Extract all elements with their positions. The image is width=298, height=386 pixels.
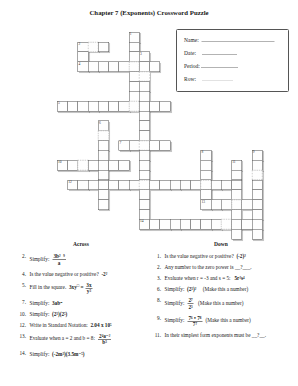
grid-cell[interactable] bbox=[139, 71, 150, 81]
grid-cell[interactable] bbox=[98, 180, 109, 190]
grid-cell[interactable] bbox=[108, 180, 119, 190]
across-clues: Across 2.Simplify: 3b² ⁹a4.Is the value … bbox=[14, 241, 148, 362]
grid-cell[interactable] bbox=[252, 229, 263, 239]
grid-cell[interactable]: 3 bbox=[139, 52, 150, 62]
clue-number: 5. bbox=[14, 282, 26, 288]
grid-cell[interactable] bbox=[88, 180, 99, 190]
clue-number: 2. bbox=[149, 265, 161, 271]
down-header: Down bbox=[149, 241, 293, 247]
grid-cell[interactable] bbox=[231, 219, 242, 229]
clue-number: 2. bbox=[14, 254, 26, 260]
name-field: Row: bbox=[184, 76, 288, 83]
grid-cell[interactable] bbox=[201, 219, 212, 229]
grid-cell[interactable] bbox=[119, 180, 130, 190]
clue-item: 12.Write in Standard Notation: 2.04 x 10… bbox=[14, 322, 148, 328]
clue-item: 7.Simplify: 3ab⁰ bbox=[14, 300, 148, 306]
clue-number: 10. bbox=[14, 311, 26, 317]
clue-text: In their simplest form exponents must be… bbox=[165, 333, 266, 339]
grid-cell[interactable] bbox=[67, 101, 78, 111]
clue-text: Evaluate when a = 2 and b = 8: 2⁴a⁻²b³ bbox=[30, 333, 112, 345]
grid-cell[interactable] bbox=[160, 140, 171, 150]
grid-cell[interactable] bbox=[139, 101, 150, 111]
grid-cell[interactable] bbox=[201, 190, 212, 200]
grid-cell[interactable] bbox=[98, 190, 109, 200]
grid-cell[interactable] bbox=[129, 52, 140, 62]
grid-cell[interactable] bbox=[78, 52, 89, 62]
cell-number: 14 bbox=[140, 219, 144, 223]
cell-number: 1 bbox=[130, 32, 132, 36]
grid-cell[interactable]: 5 bbox=[57, 101, 68, 111]
grid-cell[interactable] bbox=[221, 199, 232, 209]
name-field: Date: bbox=[184, 50, 288, 57]
grid-cell[interactable] bbox=[98, 150, 109, 160]
grid-cell[interactable]: 8 bbox=[201, 150, 212, 160]
clue-number: 8. bbox=[149, 298, 161, 304]
grid-cell[interactable] bbox=[78, 101, 89, 111]
grid-cell[interactable] bbox=[149, 219, 160, 229]
clue-item: 1.Is the value negative or positive? (-2… bbox=[149, 254, 293, 260]
worksheet-page: Chapter 7 (Exponents) Crossword Puzzle N… bbox=[0, 0, 298, 386]
grid-cell[interactable] bbox=[242, 199, 253, 209]
grid-cell[interactable] bbox=[129, 81, 140, 91]
clue-item: 9.Simplify: 7⁶ • 7⁸7⁷ (Make this a numbe… bbox=[149, 315, 293, 327]
grid-cell[interactable] bbox=[201, 180, 212, 190]
clue-text: Is the value negative or positive? (-2)² bbox=[165, 254, 246, 260]
grid-cell[interactable] bbox=[139, 209, 150, 219]
grid-cell[interactable] bbox=[98, 199, 109, 209]
grid-cell[interactable] bbox=[98, 101, 109, 111]
grid-cell[interactable] bbox=[78, 180, 89, 190]
grid-cell[interactable] bbox=[88, 160, 99, 170]
grid-cell[interactable] bbox=[108, 101, 119, 111]
grid-cell[interactable] bbox=[98, 62, 109, 72]
grid-cell[interactable] bbox=[201, 170, 212, 180]
clue-text: Simplify: (2³)² (Make this a number) bbox=[165, 287, 249, 293]
grid-cell[interactable] bbox=[129, 101, 140, 111]
cell-number: 11 bbox=[232, 160, 235, 164]
clue-number: 13. bbox=[14, 333, 26, 339]
write-line[interactable] bbox=[201, 76, 233, 82]
grid-cell[interactable] bbox=[221, 219, 232, 229]
across-header: Across bbox=[14, 241, 148, 247]
grid-cell[interactable] bbox=[129, 42, 140, 52]
grid-cell[interactable] bbox=[139, 81, 150, 91]
grid-cell[interactable] bbox=[231, 229, 242, 239]
grid-cell[interactable] bbox=[139, 180, 150, 190]
grid-cell[interactable] bbox=[252, 190, 263, 200]
grid-cell[interactable] bbox=[139, 91, 150, 101]
clue-item: 2.Simplify: 3b² ⁹a bbox=[14, 254, 148, 266]
grid-cell[interactable] bbox=[170, 219, 181, 229]
grid-cell[interactable] bbox=[160, 180, 171, 190]
clue-number: 9. bbox=[149, 315, 161, 321]
grid-cell[interactable] bbox=[211, 180, 222, 190]
grid-cell[interactable] bbox=[98, 131, 109, 141]
grid-cell[interactable] bbox=[88, 101, 99, 111]
grid-cell[interactable] bbox=[98, 42, 109, 52]
grid-cell[interactable] bbox=[252, 180, 263, 190]
cell-number: 8 bbox=[202, 150, 204, 154]
grid-cell[interactable]: 6 bbox=[98, 121, 109, 131]
clue-text: Simplify: 2⁷2³ (Make this a number) bbox=[165, 298, 244, 310]
grid-cell[interactable] bbox=[67, 160, 78, 170]
grid-cell[interactable] bbox=[211, 219, 222, 229]
grid-cell[interactable] bbox=[139, 111, 150, 121]
cell-number: 9 bbox=[253, 150, 255, 154]
cell-number: 13 bbox=[202, 199, 206, 203]
cell-number: 2 bbox=[79, 42, 81, 46]
grid-cell[interactable]: 14 bbox=[139, 219, 150, 229]
clue-number: 1. bbox=[149, 254, 161, 260]
clue-item: 10.Simplify: (2³)(2⁵) bbox=[14, 311, 148, 317]
grid-cell[interactable] bbox=[201, 160, 212, 170]
grid-cell[interactable] bbox=[252, 209, 263, 219]
cell-number: 6 bbox=[99, 121, 101, 125]
grid-cell[interactable] bbox=[129, 91, 140, 101]
grid-cell[interactable] bbox=[98, 140, 109, 150]
grid-cell[interactable] bbox=[119, 101, 130, 111]
field-label: Date: bbox=[184, 50, 196, 56]
grid-cell[interactable] bbox=[88, 42, 99, 52]
grid-cell[interactable] bbox=[119, 160, 130, 170]
grid-cell[interactable] bbox=[129, 62, 140, 72]
clue-text: Write in Standard Notation: 2.04 x 10⁵ bbox=[30, 322, 112, 328]
grid-cell[interactable] bbox=[108, 62, 119, 72]
clue-number: 11. bbox=[149, 333, 161, 339]
grid-cell[interactable]: 4 bbox=[78, 62, 89, 72]
clue-text: Any number to the zero power is __?___. bbox=[165, 265, 252, 271]
cell-number: 12 bbox=[68, 180, 72, 184]
grid-cell[interactable] bbox=[221, 180, 232, 190]
write-line[interactable] bbox=[202, 50, 237, 56]
grid-cell[interactable] bbox=[231, 199, 242, 209]
grid-cell[interactable] bbox=[231, 180, 242, 190]
clue-number: 6. bbox=[149, 287, 161, 293]
grid-cell[interactable] bbox=[149, 62, 160, 72]
clue-text: Simplify: (-2m³)(3.5m⁻⁵) bbox=[30, 351, 85, 357]
grid-cell[interactable] bbox=[160, 101, 171, 111]
grid-cell[interactable] bbox=[160, 219, 171, 229]
grid-cell[interactable] bbox=[190, 219, 201, 229]
grid-cell[interactable] bbox=[149, 180, 160, 190]
grid-cell[interactable] bbox=[211, 199, 222, 209]
name-field: Period: bbox=[184, 63, 288, 70]
clue-item: 2.Any number to the zero power is __?___… bbox=[149, 265, 293, 271]
clue-number: 4. bbox=[14, 271, 26, 277]
grid-cell[interactable] bbox=[231, 190, 242, 200]
grid-cell[interactable] bbox=[242, 219, 253, 229]
grid-cell[interactable] bbox=[88, 62, 99, 72]
cell-number: 7 bbox=[120, 140, 122, 144]
clue-item: 14.Simplify: (-2m³)(3.5m⁻⁵) bbox=[14, 351, 148, 357]
clue-item: 11.In their simplest form exponents must… bbox=[149, 333, 293, 339]
clue-item: 13.Evaluate when a = 2 and b = 8: 2⁴a⁻²b… bbox=[14, 333, 148, 345]
clue-item: 5.Fill in the square. 3xy□ = 3xy³ bbox=[14, 282, 148, 294]
grid-cell[interactable] bbox=[108, 160, 119, 170]
grid-cell[interactable]: 1 bbox=[129, 32, 140, 42]
field-label: Period: bbox=[184, 63, 200, 69]
grid-cell[interactable] bbox=[252, 160, 263, 170]
grid-cell[interactable]: 9 bbox=[252, 150, 263, 160]
grid-cell[interactable]: 12 bbox=[67, 180, 78, 190]
clue-text: Simplify: (2³)(2⁵) bbox=[30, 311, 68, 317]
clue-item: 4.Is the value negative or positive? -2² bbox=[14, 271, 148, 277]
grid-cell[interactable] bbox=[139, 190, 150, 200]
grid-cell[interactable] bbox=[190, 180, 201, 190]
grid-cell[interactable]: 2 bbox=[78, 42, 89, 52]
grid-cell[interactable] bbox=[252, 170, 263, 180]
grid-cell[interactable]: 7 bbox=[119, 140, 130, 150]
grid-cell[interactable] bbox=[139, 140, 150, 150]
clue-text: Is the value negative or positive? -2² bbox=[30, 271, 108, 277]
grid-cell[interactable] bbox=[149, 140, 160, 150]
grid-cell[interactable] bbox=[139, 131, 150, 141]
grid-cell[interactable]: 13 bbox=[201, 199, 212, 209]
field-label: Row: bbox=[184, 76, 196, 82]
cell-number: 3 bbox=[140, 52, 142, 56]
grid-cell[interactable] bbox=[139, 199, 150, 209]
write-line[interactable] bbox=[202, 37, 275, 43]
write-line[interactable] bbox=[201, 63, 238, 69]
grid-cell[interactable] bbox=[139, 150, 150, 160]
page-title: Chapter 7 (Exponents) Crossword Puzzle bbox=[0, 9, 298, 17]
clue-item: 6.Simplify: (2³)² (Make this a number) bbox=[149, 287, 293, 293]
grid-cell[interactable] bbox=[252, 199, 263, 209]
clue-text: Simplify: 3b² ⁹a bbox=[30, 254, 67, 266]
grid-cell[interactable] bbox=[180, 219, 191, 229]
grid-cell[interactable] bbox=[231, 209, 242, 219]
grid-cell[interactable] bbox=[139, 62, 150, 72]
clue-number: 12. bbox=[14, 322, 26, 328]
grid-cell[interactable] bbox=[98, 170, 109, 180]
cell-number: 10 bbox=[58, 160, 62, 164]
cell-number: 5 bbox=[58, 101, 60, 105]
grid-cell[interactable] bbox=[170, 180, 181, 190]
clue-item: 8.Simplify: 2⁷2³ (Make this a number) bbox=[149, 298, 293, 310]
grid-cell[interactable] bbox=[139, 121, 150, 131]
clue-item: 3.Evaluate when r = -3 and s = 5: 5r²s⁴ bbox=[149, 276, 293, 282]
grid-cell[interactable] bbox=[139, 170, 150, 180]
name-box: Name:Date:Period:Row: bbox=[176, 29, 289, 92]
clue-text: Fill in the square. 3xy□ = 3xy³ bbox=[30, 282, 94, 294]
grid-cell[interactable] bbox=[98, 160, 109, 170]
clue-text: Simplify: 7⁶ • 7⁸7⁷ (Make this a number) bbox=[165, 315, 251, 327]
grid-cell[interactable] bbox=[149, 101, 160, 111]
grid-cell[interactable] bbox=[139, 160, 150, 170]
grid-cell[interactable]: 10 bbox=[57, 160, 68, 170]
field-label: Name: bbox=[184, 37, 199, 43]
cell-number: 4 bbox=[79, 62, 81, 66]
down-clues: Down 1.Is the value negative or positive… bbox=[149, 241, 293, 344]
grid-cell[interactable]: 11 bbox=[231, 160, 242, 170]
grid-cell[interactable] bbox=[231, 170, 242, 180]
grid-cell[interactable] bbox=[180, 180, 191, 190]
clue-text: Evaluate when r = -3 and s = 5: 5r²s⁴ bbox=[165, 276, 245, 282]
clue-number: 7. bbox=[14, 300, 26, 306]
grid-cell[interactable] bbox=[119, 62, 130, 72]
clue-number: 14. bbox=[14, 351, 26, 357]
name-field: Name: bbox=[184, 37, 288, 44]
clue-text: Simplify: 3ab⁰ bbox=[30, 300, 63, 306]
grid-cell[interactable] bbox=[129, 71, 140, 81]
grid-cell[interactable] bbox=[129, 180, 140, 190]
grid-cell[interactable] bbox=[129, 140, 140, 150]
grid-cell[interactable] bbox=[78, 160, 89, 170]
clue-number: 3. bbox=[149, 276, 161, 282]
grid-cell[interactable] bbox=[252, 219, 263, 229]
